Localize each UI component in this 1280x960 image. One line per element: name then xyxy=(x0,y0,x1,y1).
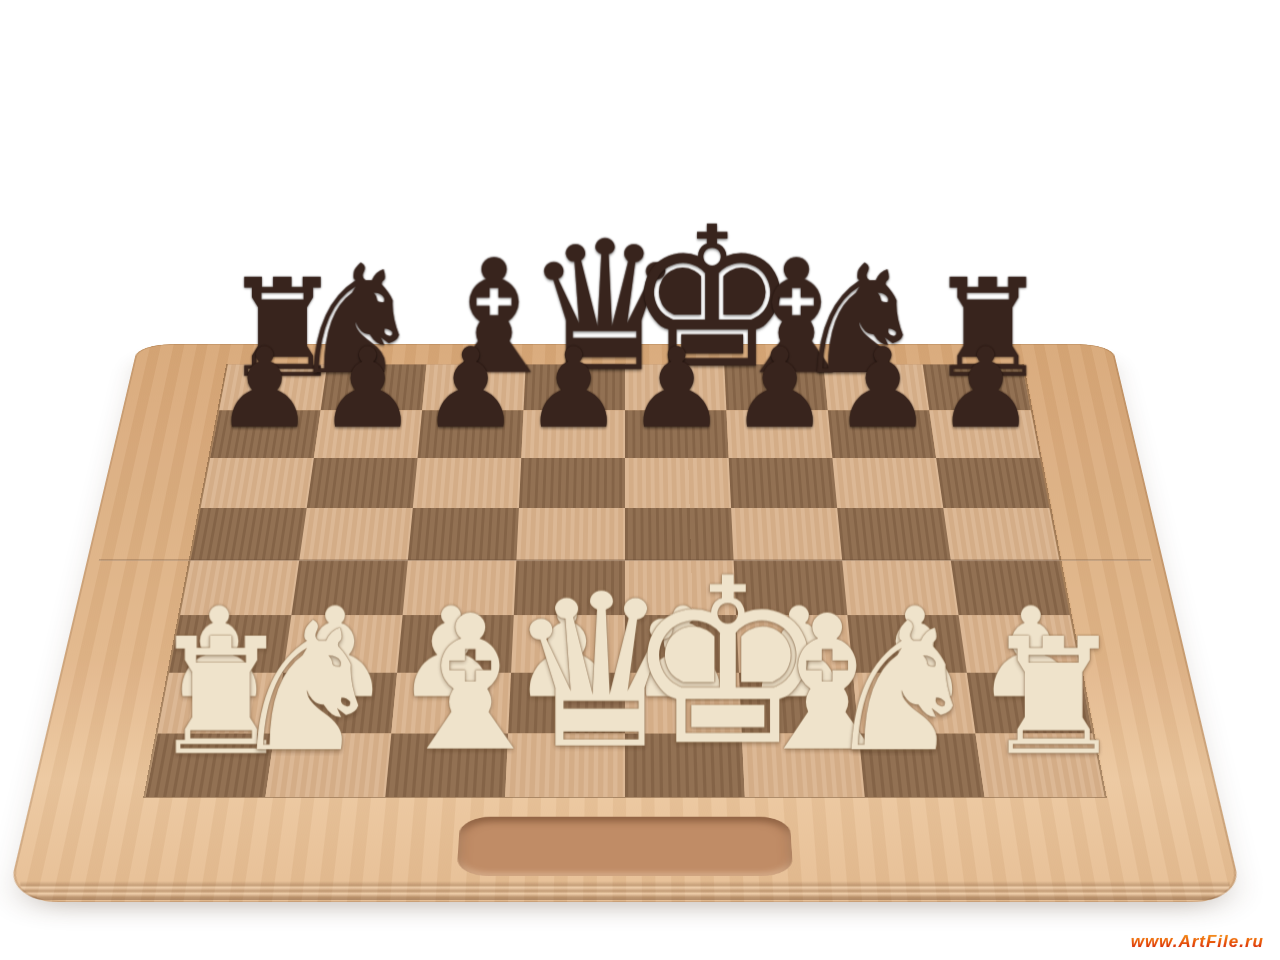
piece-black-pawn[interactable]: ♟ xyxy=(625,333,728,444)
square-e6[interactable] xyxy=(625,458,731,508)
square-f6[interactable] xyxy=(729,458,837,508)
piece-black-pawn[interactable]: ♟ xyxy=(419,333,522,444)
square-e7[interactable]: ♟ xyxy=(625,410,729,458)
piece-black-pawn[interactable]: ♟ xyxy=(316,333,419,444)
square-b1[interactable]: ♞ xyxy=(265,733,391,797)
square-g1[interactable]: ♞ xyxy=(859,733,985,797)
piece-black-pawn[interactable]: ♟ xyxy=(831,333,934,444)
square-g5[interactable] xyxy=(837,508,951,560)
photo-canvas: ♜♞♝♛♚♝♞♜♟♟♟♟♟♟♟♟♟♟♟♟♟♟♟♟♜♞♝♛♚♝♞♜ www.Art… xyxy=(0,0,1280,960)
square-a7[interactable]: ♟ xyxy=(210,410,321,458)
square-h5[interactable] xyxy=(943,508,1059,560)
piece-black-pawn[interactable]: ♟ xyxy=(213,333,316,444)
square-d1[interactable]: ♛ xyxy=(505,733,625,797)
square-e1[interactable]: ♚ xyxy=(625,733,745,797)
piece-black-pawn[interactable]: ♟ xyxy=(728,333,831,444)
piece-white-bishop[interactable]: ♝ xyxy=(387,592,506,778)
square-b6[interactable] xyxy=(307,458,418,508)
square-d7[interactable]: ♟ xyxy=(521,410,625,458)
square-c6[interactable] xyxy=(413,458,521,508)
piece-white-knight[interactable]: ♞ xyxy=(863,600,982,777)
square-h7[interactable]: ♟ xyxy=(929,410,1040,458)
square-a5[interactable] xyxy=(191,508,307,560)
square-g6[interactable] xyxy=(832,458,943,508)
square-c7[interactable]: ♟ xyxy=(418,410,524,458)
square-a6[interactable] xyxy=(201,458,314,508)
square-f7[interactable]: ♟ xyxy=(726,410,832,458)
square-b5[interactable] xyxy=(299,508,413,560)
chess-board: ♜♞♝♛♚♝♞♜♟♟♟♟♟♟♟♟♟♟♟♟♟♟♟♟♜♞♝♛♚♝♞♜ xyxy=(146,364,1105,797)
piece-black-pawn[interactable]: ♟ xyxy=(522,333,625,444)
piece-white-king[interactable]: ♚ xyxy=(625,548,744,777)
square-g7[interactable]: ♟ xyxy=(828,410,936,458)
piece-white-knight[interactable]: ♞ xyxy=(268,600,387,777)
watermark: www.ArtFile.ru xyxy=(1131,932,1264,952)
square-c5[interactable] xyxy=(408,508,519,560)
board-frame: ♜♞♝♛♚♝♞♜♟♟♟♟♟♟♟♟♟♟♟♟♟♟♟♟♜♞♝♛♚♝♞♜ xyxy=(6,344,1243,902)
square-d6[interactable] xyxy=(519,458,625,508)
handle-recess xyxy=(456,817,793,876)
board-scene: ♜♞♝♛♚♝♞♜♟♟♟♟♟♟♟♟♟♟♟♟♟♟♟♟♜♞♝♛♚♝♞♜ xyxy=(80,40,1170,960)
piece-black-pawn[interactable]: ♟ xyxy=(934,333,1037,444)
square-c1[interactable]: ♝ xyxy=(385,733,508,797)
square-b7[interactable]: ♟ xyxy=(314,410,422,458)
piece-white-queen[interactable]: ♛ xyxy=(506,566,625,778)
piece-white-rook[interactable]: ♜ xyxy=(982,618,1101,778)
square-h1[interactable]: ♜ xyxy=(975,733,1104,797)
square-h6[interactable] xyxy=(936,458,1049,508)
